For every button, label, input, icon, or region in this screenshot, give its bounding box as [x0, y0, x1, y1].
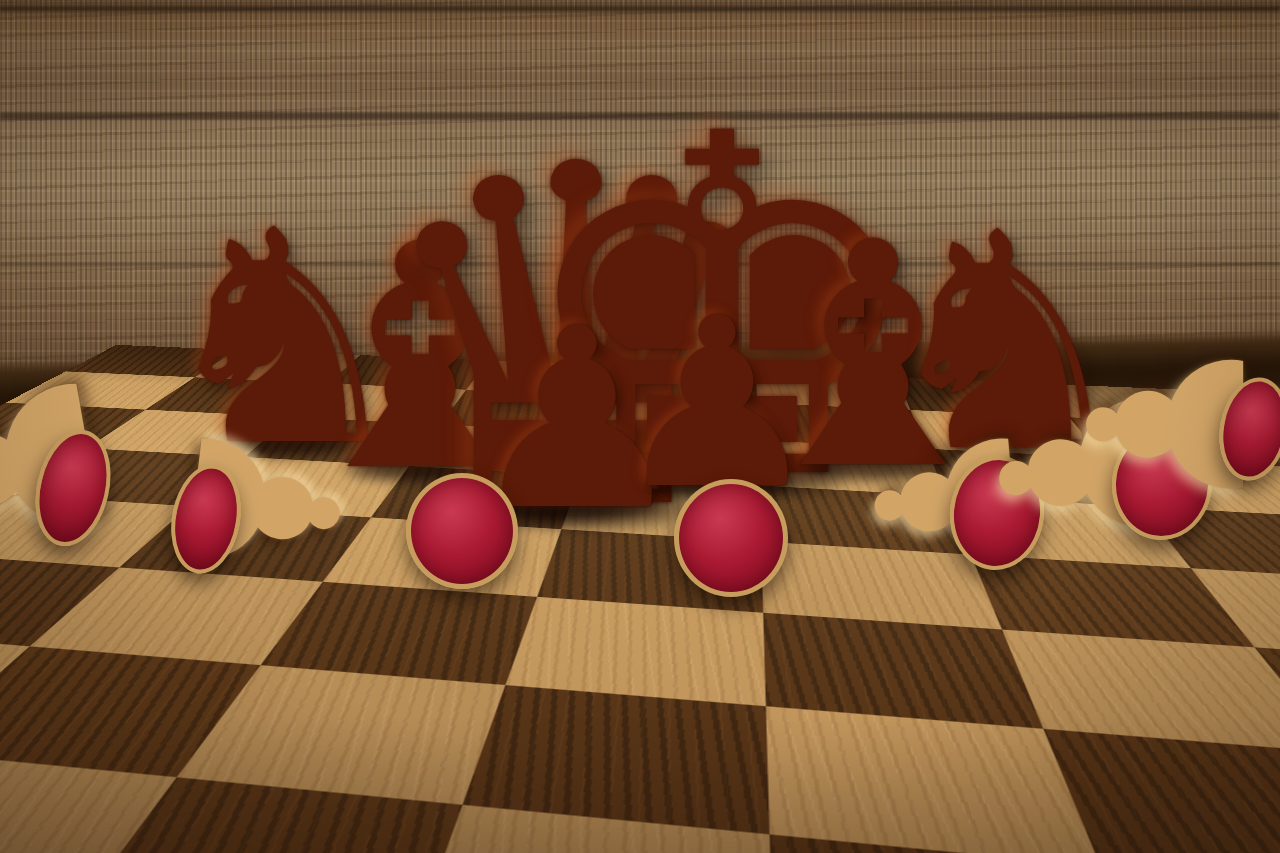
wall-plank-seam: [0, 112, 1280, 120]
wall-plank-seam: [0, 6, 1280, 12]
chessboard: [0, 345, 1280, 853]
wood-wall-background: [0, 0, 1280, 372]
chess-photo-scene: ♞♝♛♚♝♞♟♟ ♟♟♟♟♟♟♟: [0, 0, 1280, 853]
wall-plank-seam: [0, 262, 1280, 266]
